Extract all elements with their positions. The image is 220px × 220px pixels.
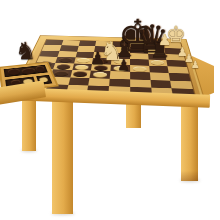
chess-piece-bP: ♟ bbox=[117, 58, 130, 73]
table-leg-front-right bbox=[181, 96, 198, 181]
chess-piece-bN: ♞ bbox=[15, 39, 37, 63]
checker-disc bbox=[77, 58, 91, 63]
chess-checkers-table-photo: ♞♟♞♝♚♛♜♟♟♚♟♟♟ bbox=[0, 0, 220, 220]
checker-disc bbox=[133, 66, 147, 71]
chess-piece-wP: ♟ bbox=[191, 60, 200, 70]
checker-disc bbox=[58, 58, 72, 63]
checker-disc bbox=[73, 71, 88, 76]
table-leg-front-left bbox=[52, 98, 73, 214]
checker-disc bbox=[56, 64, 71, 69]
chess-piece-wK: ♚ bbox=[166, 24, 186, 46]
checker-disc bbox=[75, 64, 89, 69]
checker-disc bbox=[93, 72, 107, 77]
